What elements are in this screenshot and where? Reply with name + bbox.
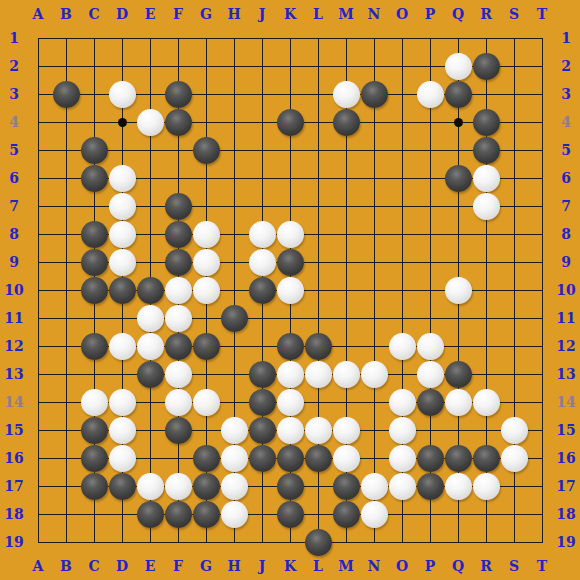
white-stone-Q17[interactable] bbox=[445, 473, 472, 500]
row-label-right-2: 2 bbox=[552, 52, 580, 80]
column-label-bottom-S: S bbox=[500, 552, 528, 580]
column-label-bottom-R: R bbox=[472, 552, 500, 580]
row-label-right-15: 15 bbox=[552, 416, 580, 444]
column-label-top-O: O bbox=[388, 0, 416, 28]
black-stone-C9[interactable] bbox=[81, 249, 108, 276]
column-label-top-Q: Q bbox=[444, 0, 472, 28]
black-stone-K18[interactable] bbox=[277, 501, 304, 528]
column-label-bottom-D: D bbox=[108, 552, 136, 580]
white-stone-D7[interactable] bbox=[109, 193, 136, 220]
row-label-right-11: 11 bbox=[552, 304, 580, 332]
row-label-right-6: 6 bbox=[552, 164, 580, 192]
row-label-left-2: 2 bbox=[0, 52, 28, 80]
black-stone-K16[interactable] bbox=[277, 445, 304, 472]
white-stone-M15[interactable] bbox=[333, 417, 360, 444]
row-label-right-17: 17 bbox=[552, 472, 580, 500]
white-stone-H17[interactable] bbox=[221, 473, 248, 500]
white-stone-J9[interactable] bbox=[249, 249, 276, 276]
black-stone-J14[interactable] bbox=[249, 389, 276, 416]
column-label-top-C: C bbox=[80, 0, 108, 28]
grid-line-horizontal bbox=[38, 318, 543, 319]
black-stone-Q13[interactable] bbox=[445, 361, 472, 388]
column-label-bottom-C: C bbox=[80, 552, 108, 580]
white-stone-S16[interactable] bbox=[501, 445, 528, 472]
column-label-top-B: B bbox=[52, 0, 80, 28]
column-label-bottom-G: G bbox=[192, 552, 220, 580]
row-label-left-9: 9 bbox=[0, 248, 28, 276]
row-label-left-7: 7 bbox=[0, 192, 28, 220]
black-stone-C5[interactable] bbox=[81, 137, 108, 164]
black-stone-C10[interactable] bbox=[81, 277, 108, 304]
white-stone-P12[interactable] bbox=[417, 333, 444, 360]
row-label-left-8: 8 bbox=[0, 220, 28, 248]
black-stone-E18[interactable] bbox=[137, 501, 164, 528]
black-stone-C15[interactable] bbox=[81, 417, 108, 444]
black-stone-Q16[interactable] bbox=[445, 445, 472, 472]
white-stone-O17[interactable] bbox=[389, 473, 416, 500]
row-label-left-15: 15 bbox=[0, 416, 28, 444]
white-stone-E12[interactable] bbox=[137, 333, 164, 360]
black-stone-R16[interactable] bbox=[473, 445, 500, 472]
column-label-bottom-P: P bbox=[416, 552, 444, 580]
row-label-right-7: 7 bbox=[552, 192, 580, 220]
black-stone-M17[interactable] bbox=[333, 473, 360, 500]
white-stone-L15[interactable] bbox=[305, 417, 332, 444]
black-stone-N3[interactable] bbox=[361, 81, 388, 108]
white-stone-E4[interactable] bbox=[137, 109, 164, 136]
column-label-top-S: S bbox=[500, 0, 528, 28]
white-stone-D9[interactable] bbox=[109, 249, 136, 276]
row-label-right-18: 18 bbox=[552, 500, 580, 528]
grid-line-horizontal bbox=[38, 542, 543, 543]
black-stone-J16[interactable] bbox=[249, 445, 276, 472]
column-label-top-P: P bbox=[416, 0, 444, 28]
black-stone-C17[interactable] bbox=[81, 473, 108, 500]
column-label-bottom-M: M bbox=[332, 552, 360, 580]
row-label-right-3: 3 bbox=[552, 80, 580, 108]
column-label-top-D: D bbox=[108, 0, 136, 28]
white-stone-J8[interactable] bbox=[249, 221, 276, 248]
white-stone-D16[interactable] bbox=[109, 445, 136, 472]
row-label-left-10: 10 bbox=[0, 276, 28, 304]
star-point-Q4 bbox=[454, 118, 463, 127]
white-stone-F11[interactable] bbox=[165, 305, 192, 332]
black-stone-F8[interactable] bbox=[165, 221, 192, 248]
black-stone-K9[interactable] bbox=[277, 249, 304, 276]
white-stone-S15[interactable] bbox=[501, 417, 528, 444]
star-point-D4 bbox=[118, 118, 127, 127]
white-stone-D14[interactable] bbox=[109, 389, 136, 416]
black-stone-F7[interactable] bbox=[165, 193, 192, 220]
column-label-top-E: E bbox=[136, 0, 164, 28]
black-stone-G12[interactable] bbox=[193, 333, 220, 360]
white-stone-D6[interactable] bbox=[109, 165, 136, 192]
black-stone-J15[interactable] bbox=[249, 417, 276, 444]
black-stone-Q6[interactable] bbox=[445, 165, 472, 192]
row-label-left-4: 4 bbox=[0, 108, 28, 136]
column-label-bottom-A: A bbox=[24, 552, 52, 580]
black-stone-F3[interactable] bbox=[165, 81, 192, 108]
white-stone-G14[interactable] bbox=[193, 389, 220, 416]
row-label-left-13: 13 bbox=[0, 360, 28, 388]
white-stone-C14[interactable] bbox=[81, 389, 108, 416]
row-label-right-13: 13 bbox=[552, 360, 580, 388]
white-stone-M16[interactable] bbox=[333, 445, 360, 472]
black-stone-M4[interactable] bbox=[333, 109, 360, 136]
row-label-left-12: 12 bbox=[0, 332, 28, 360]
white-stone-K13[interactable] bbox=[277, 361, 304, 388]
black-stone-G18[interactable] bbox=[193, 501, 220, 528]
white-stone-K10[interactable] bbox=[277, 277, 304, 304]
white-stone-K15[interactable] bbox=[277, 417, 304, 444]
white-stone-O12[interactable] bbox=[389, 333, 416, 360]
black-stone-B3[interactable] bbox=[53, 81, 80, 108]
white-stone-D12[interactable] bbox=[109, 333, 136, 360]
black-stone-P14[interactable] bbox=[417, 389, 444, 416]
white-stone-N18[interactable] bbox=[361, 501, 388, 528]
black-stone-F12[interactable] bbox=[165, 333, 192, 360]
black-stone-G5[interactable] bbox=[193, 137, 220, 164]
column-label-top-N: N bbox=[360, 0, 388, 28]
black-stone-E13[interactable] bbox=[137, 361, 164, 388]
row-label-left-1: 1 bbox=[0, 24, 28, 52]
black-stone-L16[interactable] bbox=[305, 445, 332, 472]
black-stone-C8[interactable] bbox=[81, 221, 108, 248]
column-label-bottom-T: T bbox=[528, 552, 556, 580]
white-stone-M3[interactable] bbox=[333, 81, 360, 108]
grid-line-vertical bbox=[374, 38, 375, 543]
black-stone-P17[interactable] bbox=[417, 473, 444, 500]
column-label-bottom-K: K bbox=[276, 552, 304, 580]
white-stone-D15[interactable] bbox=[109, 417, 136, 444]
row-label-right-10: 10 bbox=[552, 276, 580, 304]
white-stone-F10[interactable] bbox=[165, 277, 192, 304]
row-label-right-14: 14 bbox=[552, 388, 580, 416]
black-stone-L12[interactable] bbox=[305, 333, 332, 360]
black-stone-G16[interactable] bbox=[193, 445, 220, 472]
white-stone-D8[interactable] bbox=[109, 221, 136, 248]
black-stone-G17[interactable] bbox=[193, 473, 220, 500]
white-stone-L13[interactable] bbox=[305, 361, 332, 388]
black-stone-L19[interactable] bbox=[305, 529, 332, 556]
column-label-bottom-E: E bbox=[136, 552, 164, 580]
black-stone-J10[interactable] bbox=[249, 277, 276, 304]
column-label-top-H: H bbox=[220, 0, 248, 28]
white-stone-E11[interactable] bbox=[137, 305, 164, 332]
column-label-top-F: F bbox=[164, 0, 192, 28]
row-label-left-3: 3 bbox=[0, 80, 28, 108]
row-label-right-1: 1 bbox=[552, 24, 580, 52]
column-label-bottom-F: F bbox=[164, 552, 192, 580]
white-stone-Q10[interactable] bbox=[445, 277, 472, 304]
white-stone-M13[interactable] bbox=[333, 361, 360, 388]
column-label-bottom-J: J bbox=[248, 552, 276, 580]
column-label-bottom-L: L bbox=[304, 552, 332, 580]
white-stone-D3[interactable] bbox=[109, 81, 136, 108]
column-label-top-M: M bbox=[332, 0, 360, 28]
column-label-bottom-N: N bbox=[360, 552, 388, 580]
row-label-left-18: 18 bbox=[0, 500, 28, 528]
column-label-top-L: L bbox=[304, 0, 332, 28]
white-stone-N13[interactable] bbox=[361, 361, 388, 388]
row-label-right-5: 5 bbox=[552, 136, 580, 164]
row-label-left-17: 17 bbox=[0, 472, 28, 500]
column-label-top-J: J bbox=[248, 0, 276, 28]
white-stone-Q2[interactable] bbox=[445, 53, 472, 80]
white-stone-K14[interactable] bbox=[277, 389, 304, 416]
white-stone-O15[interactable] bbox=[389, 417, 416, 444]
black-stone-P16[interactable] bbox=[417, 445, 444, 472]
black-stone-J13[interactable] bbox=[249, 361, 276, 388]
white-stone-F14[interactable] bbox=[165, 389, 192, 416]
white-stone-F13[interactable] bbox=[165, 361, 192, 388]
white-stone-G8[interactable] bbox=[193, 221, 220, 248]
black-stone-C12[interactable] bbox=[81, 333, 108, 360]
grid-line-vertical bbox=[542, 38, 543, 543]
black-stone-E10[interactable] bbox=[137, 277, 164, 304]
column-label-bottom-H: H bbox=[220, 552, 248, 580]
black-stone-M18[interactable] bbox=[333, 501, 360, 528]
row-label-right-12: 12 bbox=[552, 332, 580, 360]
row-label-right-16: 16 bbox=[552, 444, 580, 472]
row-label-right-9: 9 bbox=[552, 248, 580, 276]
black-stone-F9[interactable] bbox=[165, 249, 192, 276]
black-stone-K17[interactable] bbox=[277, 473, 304, 500]
column-label-bottom-Q: Q bbox=[444, 552, 472, 580]
white-stone-G9[interactable] bbox=[193, 249, 220, 276]
row-label-right-8: 8 bbox=[552, 220, 580, 248]
white-stone-F17[interactable] bbox=[165, 473, 192, 500]
black-stone-F4[interactable] bbox=[165, 109, 192, 136]
white-stone-G10[interactable] bbox=[193, 277, 220, 304]
black-stone-Q3[interactable] bbox=[445, 81, 472, 108]
column-label-top-G: G bbox=[192, 0, 220, 28]
white-stone-R6[interactable] bbox=[473, 165, 500, 192]
white-stone-K8[interactable] bbox=[277, 221, 304, 248]
white-stone-P3[interactable] bbox=[417, 81, 444, 108]
white-stone-O14[interactable] bbox=[389, 389, 416, 416]
white-stone-R7[interactable] bbox=[473, 193, 500, 220]
row-label-right-4: 4 bbox=[552, 108, 580, 136]
black-stone-D17[interactable] bbox=[109, 473, 136, 500]
black-stone-D10[interactable] bbox=[109, 277, 136, 304]
black-stone-K4[interactable] bbox=[277, 109, 304, 136]
black-stone-F18[interactable] bbox=[165, 501, 192, 528]
column-label-bottom-O: O bbox=[388, 552, 416, 580]
black-stone-K12[interactable] bbox=[277, 333, 304, 360]
white-stone-E17[interactable] bbox=[137, 473, 164, 500]
white-stone-R17[interactable] bbox=[473, 473, 500, 500]
column-label-top-A: A bbox=[24, 0, 52, 28]
white-stone-N17[interactable] bbox=[361, 473, 388, 500]
row-label-left-11: 11 bbox=[0, 304, 28, 332]
column-label-top-K: K bbox=[276, 0, 304, 28]
white-stone-H15[interactable] bbox=[221, 417, 248, 444]
black-stone-C16[interactable] bbox=[81, 445, 108, 472]
white-stone-O16[interactable] bbox=[389, 445, 416, 472]
black-stone-R5[interactable] bbox=[473, 137, 500, 164]
black-stone-H11[interactable] bbox=[221, 305, 248, 332]
white-stone-R14[interactable] bbox=[473, 389, 500, 416]
row-label-left-5: 5 bbox=[0, 136, 28, 164]
row-label-left-14: 14 bbox=[0, 388, 28, 416]
row-label-left-19: 19 bbox=[0, 528, 28, 556]
white-stone-Q14[interactable] bbox=[445, 389, 472, 416]
row-label-left-16: 16 bbox=[0, 444, 28, 472]
black-stone-R2[interactable] bbox=[473, 53, 500, 80]
white-stone-H18[interactable] bbox=[221, 501, 248, 528]
column-label-top-R: R bbox=[472, 0, 500, 28]
white-stone-P13[interactable] bbox=[417, 361, 444, 388]
column-label-bottom-B: B bbox=[52, 552, 80, 580]
black-stone-R4[interactable] bbox=[473, 109, 500, 136]
row-label-left-6: 6 bbox=[0, 164, 28, 192]
row-label-right-19: 19 bbox=[552, 528, 580, 556]
black-stone-C6[interactable] bbox=[81, 165, 108, 192]
go-board[interactable]: AABBCCDDEEFFGGHHJJKKLLMMNNOOPPQQRRSSTT11… bbox=[0, 0, 580, 580]
white-stone-H16[interactable] bbox=[221, 445, 248, 472]
black-stone-F15[interactable] bbox=[165, 417, 192, 444]
